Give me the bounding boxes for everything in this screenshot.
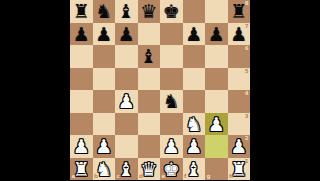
square-b7[interactable]: ♟ — [93, 23, 116, 46]
square-h1[interactable]: ♜1h — [228, 158, 251, 181]
black-pawn-piece[interactable]: ♟ — [185, 23, 202, 45]
square-a2[interactable]: ♟ — [70, 135, 93, 158]
square-g2[interactable] — [205, 135, 228, 158]
square-d4[interactable] — [138, 90, 161, 113]
black-pawn-piece[interactable]: ♟ — [73, 23, 90, 45]
rank-label-6: 6 — [245, 46, 249, 52]
square-f7[interactable]: ♟ — [183, 23, 206, 46]
square-f8[interactable] — [183, 0, 206, 23]
black-pawn-piece[interactable]: ♟ — [208, 23, 225, 45]
black-bishop-piece[interactable]: ♝ — [140, 45, 157, 67]
square-f1[interactable]: ♝f — [183, 158, 206, 181]
square-a5[interactable] — [70, 68, 93, 91]
file-label-g: g — [207, 174, 211, 180]
rank-label-3: 3 — [245, 114, 249, 120]
white-king-piece[interactable]: ♚ — [163, 158, 180, 180]
square-g7[interactable]: ♟ — [205, 23, 228, 46]
square-c7[interactable]: ♟ — [115, 23, 138, 46]
black-king-piece[interactable]: ♚ — [163, 0, 180, 22]
square-b8[interactable]: ♞ — [93, 0, 116, 23]
square-g1[interactable]: g — [205, 158, 228, 181]
square-e8[interactable]: ♚ — [160, 0, 183, 23]
square-e3[interactable] — [160, 113, 183, 136]
square-g8[interactable] — [205, 0, 228, 23]
rank-label-5: 5 — [245, 69, 249, 75]
app-background: ♜♞♝♛♚♜8♟♟♟♟♟♟7♝65♟♞4♞♟3♟♟♟♟♟2♜a♞b♝c♛d♚e♝… — [0, 0, 320, 180]
rank-label-4: 4 — [245, 91, 249, 97]
square-g5[interactable] — [205, 68, 228, 91]
white-pawn-piece[interactable]: ♟ — [73, 135, 90, 157]
black-rook-piece[interactable]: ♜ — [230, 0, 247, 22]
square-e7[interactable] — [160, 23, 183, 46]
chess-board[interactable]: ♜♞♝♛♚♜8♟♟♟♟♟♟7♝65♟♞4♞♟3♟♟♟♟♟2♜a♞b♝c♛d♚e♝… — [70, 0, 250, 180]
square-e4[interactable]: ♞ — [160, 90, 183, 113]
square-c5[interactable] — [115, 68, 138, 91]
square-f6[interactable] — [183, 45, 206, 68]
square-a1[interactable]: ♜a — [70, 158, 93, 181]
square-e1[interactable]: ♚e — [160, 158, 183, 181]
white-bishop-piece[interactable]: ♝ — [185, 158, 202, 180]
black-pawn-piece[interactable]: ♟ — [95, 23, 112, 45]
white-pawn-piece[interactable]: ♟ — [95, 135, 112, 157]
square-d7[interactable] — [138, 23, 161, 46]
square-a8[interactable]: ♜ — [70, 0, 93, 23]
square-a6[interactable] — [70, 45, 93, 68]
black-queen-piece[interactable]: ♛ — [140, 0, 157, 22]
square-b2[interactable]: ♟ — [93, 135, 116, 158]
white-pawn-piece[interactable]: ♟ — [163, 135, 180, 157]
square-a3[interactable] — [70, 113, 93, 136]
white-rook-piece[interactable]: ♜ — [230, 158, 247, 180]
square-h6[interactable]: 6 — [228, 45, 251, 68]
square-h2[interactable]: ♟2 — [228, 135, 251, 158]
square-c2[interactable] — [115, 135, 138, 158]
black-knight-piece[interactable]: ♞ — [163, 90, 180, 112]
square-f4[interactable] — [183, 90, 206, 113]
square-g6[interactable] — [205, 45, 228, 68]
square-e6[interactable] — [160, 45, 183, 68]
white-rook-piece[interactable]: ♜ — [73, 158, 90, 180]
white-pawn-piece[interactable]: ♟ — [230, 135, 247, 157]
square-c3[interactable] — [115, 113, 138, 136]
square-b1[interactable]: ♞b — [93, 158, 116, 181]
square-f5[interactable] — [183, 68, 206, 91]
square-h3[interactable]: 3 — [228, 113, 251, 136]
black-rook-piece[interactable]: ♜ — [73, 0, 90, 22]
square-b4[interactable] — [93, 90, 116, 113]
square-c1[interactable]: ♝c — [115, 158, 138, 181]
square-d1[interactable]: ♛d — [138, 158, 161, 181]
white-bishop-piece[interactable]: ♝ — [118, 158, 135, 180]
white-pawn-piece[interactable]: ♟ — [185, 135, 202, 157]
black-knight-piece[interactable]: ♞ — [95, 0, 112, 22]
square-d6[interactable]: ♝ — [138, 45, 161, 68]
square-d3[interactable] — [138, 113, 161, 136]
square-h5[interactable]: 5 — [228, 68, 251, 91]
square-e2[interactable]: ♟ — [160, 135, 183, 158]
square-d8[interactable]: ♛ — [138, 0, 161, 23]
square-d5[interactable] — [138, 68, 161, 91]
white-pawn-piece[interactable]: ♟ — [208, 113, 225, 135]
square-d2[interactable] — [138, 135, 161, 158]
square-h7[interactable]: ♟7 — [228, 23, 251, 46]
square-a4[interactable] — [70, 90, 93, 113]
square-h4[interactable]: 4 — [228, 90, 251, 113]
square-f3[interactable]: ♞ — [183, 113, 206, 136]
square-e5[interactable] — [160, 68, 183, 91]
square-c6[interactable] — [115, 45, 138, 68]
black-pawn-piece[interactable]: ♟ — [230, 23, 247, 45]
white-queen-piece[interactable]: ♛ — [140, 158, 157, 180]
black-pawn-piece[interactable]: ♟ — [118, 23, 135, 45]
square-f2[interactable]: ♟ — [183, 135, 206, 158]
square-h8[interactable]: ♜8 — [228, 0, 251, 23]
square-b3[interactable] — [93, 113, 116, 136]
white-knight-piece[interactable]: ♞ — [185, 113, 202, 135]
white-pawn-piece[interactable]: ♟ — [118, 90, 135, 112]
square-a7[interactable]: ♟ — [70, 23, 93, 46]
black-bishop-piece[interactable]: ♝ — [118, 0, 135, 22]
white-knight-piece[interactable]: ♞ — [95, 158, 112, 180]
square-b6[interactable] — [93, 45, 116, 68]
square-c4[interactable]: ♟ — [115, 90, 138, 113]
square-b5[interactable] — [93, 68, 116, 91]
square-g4[interactable] — [205, 90, 228, 113]
square-c8[interactable]: ♝ — [115, 0, 138, 23]
square-g3[interactable]: ♟ — [205, 113, 228, 136]
